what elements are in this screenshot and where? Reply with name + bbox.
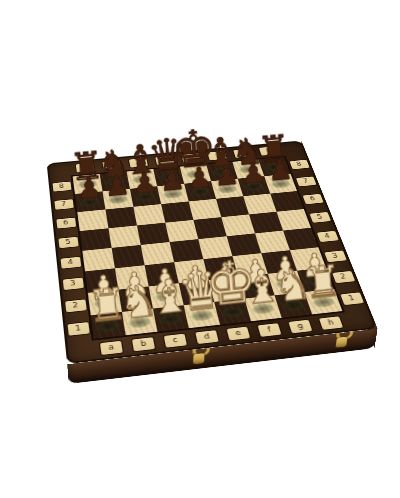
- rank-label-3-left: 3: [62, 277, 83, 289]
- rank-label-5-right: 5: [309, 212, 331, 223]
- camera-yaw: aabbccddeeffgghh8877665544332211 ♜♞♝♛♚♝♞…: [0, 0, 400, 498]
- rank-label-7-right: 7: [295, 176, 316, 186]
- piece-white-rook-h1[interactable]: ♜: [304, 288, 342, 314]
- rank-label-8-left: 8: [52, 181, 71, 191]
- square-a8[interactable]: [73, 174, 103, 194]
- file-label-e-front: e: [227, 327, 251, 341]
- square-d6[interactable]: [161, 201, 193, 222]
- brass-clasp-left: [191, 343, 207, 368]
- camera-roll: aabbccddeeffgghh8877665544332211 ♜♞♝♛♚♝♞…: [0, 0, 400, 498]
- piece-base-shadow: [162, 189, 184, 199]
- file-label-c-front: c: [164, 334, 187, 348]
- square-b6[interactable]: [105, 207, 137, 229]
- piece-black-queen-d8[interactable]: ♛: [153, 166, 184, 186]
- file-label-f-back: f: [207, 151, 226, 160]
- piece-black-bishop-c8[interactable]: ♝: [127, 169, 158, 189]
- black-pawn-glyph: ♟: [131, 168, 159, 199]
- black-rook-glyph: ♜: [68, 146, 105, 187]
- piece-black-rook-a8[interactable]: ♜: [73, 174, 103, 194]
- square-b7[interactable]: [103, 189, 134, 210]
- scene: aabbccddeeffgghh8877665544332211 ♜♞♝♛♚♝♞…: [0, 0, 400, 498]
- piece-base-shadow: [131, 174, 152, 184]
- piece-black-pawn-a7[interactable]: ♟: [75, 191, 106, 212]
- square-b8[interactable]: [100, 172, 130, 192]
- clasp-latch-icon: [336, 337, 348, 348]
- piece-black-pawn-c7[interactable]: ♟: [130, 186, 161, 207]
- file-label-f-front: f: [258, 323, 282, 337]
- black-knight-glyph: ♞: [95, 144, 132, 185]
- white-rook-glyph: ♜: [302, 259, 342, 306]
- black-pawn-glyph: ♟: [158, 165, 186, 196]
- square-d8[interactable]: [153, 167, 184, 187]
- square-a7[interactable]: [75, 191, 105, 212]
- piece-base-shadow: [77, 179, 98, 189]
- rank-label-4-left: 4: [60, 256, 81, 268]
- rank-label-7-left: 7: [54, 199, 73, 210]
- piece-base-shadow: [80, 197, 101, 207]
- chess-board: aabbccddeeffgghh8877665544332211 ♜♞♝♛♚♝♞…: [47, 141, 378, 365]
- file-label-d-front: d: [195, 330, 218, 344]
- brass-clasp-right: [333, 326, 351, 351]
- square-d5[interactable]: [165, 220, 198, 242]
- square-c7[interactable]: [130, 186, 161, 207]
- clasp-latch-icon: [193, 353, 204, 364]
- file-label-a-back: a: [76, 163, 95, 173]
- black-queen-glyph: ♛: [146, 131, 189, 179]
- black-pawn-glyph: ♟: [103, 170, 131, 201]
- file-label-b-back: b: [102, 160, 121, 170]
- piece-base-shadow: [158, 172, 179, 182]
- rank-label-1-left: 1: [67, 322, 89, 336]
- square-c5[interactable]: [137, 223, 170, 245]
- square-d7[interactable]: [157, 184, 189, 204]
- piece-black-pawn-b7[interactable]: ♟: [102, 188, 133, 209]
- rank-label-6-left: 6: [56, 217, 76, 228]
- square-a5[interactable]: [80, 228, 112, 251]
- rank-label-2-left: 2: [65, 299, 87, 312]
- rank-label-1-right: 1: [340, 292, 364, 305]
- chess-set-photo: aabbccddeeffgghh8877665544332211 ♜♞♝♛♚♝♞…: [0, 0, 400, 498]
- file-label-g-back: g: [233, 149, 253, 158]
- file-label-d-back: d: [155, 156, 174, 166]
- piece-base-shadow: [104, 177, 125, 187]
- file-label-c-back: c: [129, 158, 148, 168]
- file-label-h-back: h: [259, 146, 279, 155]
- file-label-a-front: a: [100, 341, 123, 355]
- piece-base-shadow: [107, 194, 128, 204]
- rank-label-4-right: 4: [316, 231, 338, 242]
- square-b5[interactable]: [108, 225, 140, 247]
- file-label-e-back: e: [181, 153, 200, 162]
- square-c6[interactable]: [133, 204, 165, 225]
- rank-label-8-right: 8: [289, 159, 309, 169]
- square-a6[interactable]: [77, 209, 108, 231]
- file-label-b-front: b: [132, 337, 155, 351]
- black-pawn-glyph: ♟: [75, 173, 103, 204]
- black-bishop-glyph: ♝: [121, 139, 159, 182]
- piece-base-shadow: [135, 192, 157, 202]
- rank-label-6-right: 6: [302, 194, 323, 204]
- square-c8[interactable]: [127, 169, 158, 189]
- rank-label-5-left: 5: [58, 236, 78, 247]
- piece-black-pawn-d7[interactable]: ♟: [157, 183, 189, 203]
- piece-black-knight-b8[interactable]: ♞: [100, 171, 130, 191]
- file-label-g-front: g: [288, 320, 312, 334]
